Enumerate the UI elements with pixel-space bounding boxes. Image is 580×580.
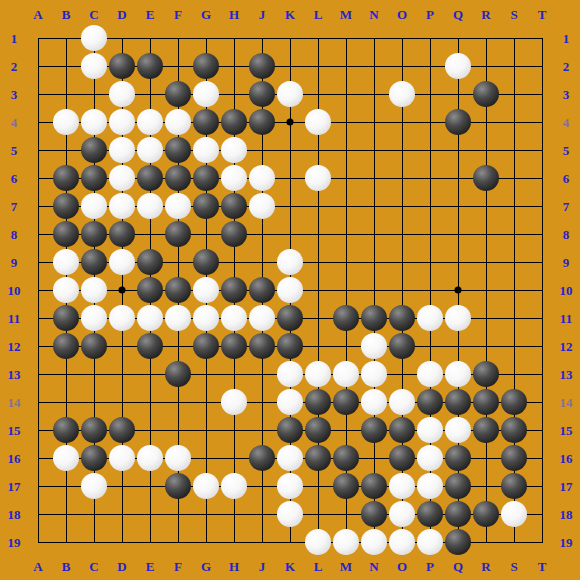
point-S5[interactable]: [500, 136, 528, 164]
point-M18[interactable]: [332, 500, 360, 528]
point-M9[interactable]: [332, 248, 360, 276]
point-H14[interactable]: [220, 388, 248, 416]
point-R15[interactable]: [472, 416, 500, 444]
point-L2[interactable]: [304, 52, 332, 80]
point-M5[interactable]: [332, 136, 360, 164]
point-F4[interactable]: [164, 108, 192, 136]
point-G13[interactable]: [192, 360, 220, 388]
point-E18[interactable]: [136, 500, 164, 528]
point-H9[interactable]: [220, 248, 248, 276]
point-F17[interactable]: [164, 472, 192, 500]
point-O5[interactable]: [388, 136, 416, 164]
point-M14[interactable]: [332, 388, 360, 416]
point-P14[interactable]: [416, 388, 444, 416]
point-M13[interactable]: [332, 360, 360, 388]
point-H8[interactable]: [220, 220, 248, 248]
point-K9[interactable]: [276, 248, 304, 276]
point-E3[interactable]: [136, 80, 164, 108]
point-L7[interactable]: [304, 192, 332, 220]
point-H7[interactable]: [220, 192, 248, 220]
point-D16[interactable]: [108, 444, 136, 472]
point-M17[interactable]: [332, 472, 360, 500]
point-T17[interactable]: [528, 472, 556, 500]
point-A5[interactable]: [24, 136, 52, 164]
point-A12[interactable]: [24, 332, 52, 360]
point-C2[interactable]: [80, 52, 108, 80]
point-O12[interactable]: [388, 332, 416, 360]
point-P8[interactable]: [416, 220, 444, 248]
point-A11[interactable]: [24, 304, 52, 332]
point-B7[interactable]: [52, 192, 80, 220]
point-P19[interactable]: [416, 528, 444, 556]
point-E4[interactable]: [136, 108, 164, 136]
point-O10[interactable]: [388, 276, 416, 304]
point-A7[interactable]: [24, 192, 52, 220]
point-O19[interactable]: [388, 528, 416, 556]
point-A2[interactable]: [24, 52, 52, 80]
point-N17[interactable]: [360, 472, 388, 500]
point-B13[interactable]: [52, 360, 80, 388]
point-C10[interactable]: [80, 276, 108, 304]
point-J19[interactable]: [248, 528, 276, 556]
point-T14[interactable]: [528, 388, 556, 416]
point-R6[interactable]: [472, 164, 500, 192]
point-S11[interactable]: [500, 304, 528, 332]
point-N7[interactable]: [360, 192, 388, 220]
point-F16[interactable]: [164, 444, 192, 472]
point-D6[interactable]: [108, 164, 136, 192]
point-T19[interactable]: [528, 528, 556, 556]
point-H5[interactable]: [220, 136, 248, 164]
point-T1[interactable]: [528, 24, 556, 52]
point-P9[interactable]: [416, 248, 444, 276]
point-L9[interactable]: [304, 248, 332, 276]
point-H11[interactable]: [220, 304, 248, 332]
point-T2[interactable]: [528, 52, 556, 80]
point-L1[interactable]: [304, 24, 332, 52]
point-L8[interactable]: [304, 220, 332, 248]
point-H4[interactable]: [220, 108, 248, 136]
point-D8[interactable]: [108, 220, 136, 248]
point-R1[interactable]: [472, 24, 500, 52]
point-N15[interactable]: [360, 416, 388, 444]
point-F7[interactable]: [164, 192, 192, 220]
point-T15[interactable]: [528, 416, 556, 444]
point-G4[interactable]: [192, 108, 220, 136]
point-B16[interactable]: [52, 444, 80, 472]
point-H2[interactable]: [220, 52, 248, 80]
point-O7[interactable]: [388, 192, 416, 220]
point-D7[interactable]: [108, 192, 136, 220]
point-E16[interactable]: [136, 444, 164, 472]
point-A15[interactable]: [24, 416, 52, 444]
point-Q14[interactable]: [444, 388, 472, 416]
point-F14[interactable]: [164, 388, 192, 416]
point-C17[interactable]: [80, 472, 108, 500]
point-A1[interactable]: [24, 24, 52, 52]
point-G8[interactable]: [192, 220, 220, 248]
point-S12[interactable]: [500, 332, 528, 360]
point-E10[interactable]: [136, 276, 164, 304]
point-N1[interactable]: [360, 24, 388, 52]
point-L5[interactable]: [304, 136, 332, 164]
point-D17[interactable]: [108, 472, 136, 500]
point-C1[interactable]: [80, 24, 108, 52]
point-J5[interactable]: [248, 136, 276, 164]
point-L18[interactable]: [304, 500, 332, 528]
point-K6[interactable]: [276, 164, 304, 192]
point-N4[interactable]: [360, 108, 388, 136]
point-E9[interactable]: [136, 248, 164, 276]
point-C14[interactable]: [80, 388, 108, 416]
point-K8[interactable]: [276, 220, 304, 248]
point-T16[interactable]: [528, 444, 556, 472]
point-K3[interactable]: [276, 80, 304, 108]
point-N8[interactable]: [360, 220, 388, 248]
point-M7[interactable]: [332, 192, 360, 220]
point-P16[interactable]: [416, 444, 444, 472]
point-T12[interactable]: [528, 332, 556, 360]
point-J17[interactable]: [248, 472, 276, 500]
point-A3[interactable]: [24, 80, 52, 108]
point-K15[interactable]: [276, 416, 304, 444]
point-P1[interactable]: [416, 24, 444, 52]
point-P5[interactable]: [416, 136, 444, 164]
point-O2[interactable]: [388, 52, 416, 80]
point-S15[interactable]: [500, 416, 528, 444]
point-N3[interactable]: [360, 80, 388, 108]
point-A6[interactable]: [24, 164, 52, 192]
point-Q17[interactable]: [444, 472, 472, 500]
point-H6[interactable]: [220, 164, 248, 192]
point-F15[interactable]: [164, 416, 192, 444]
point-G3[interactable]: [192, 80, 220, 108]
point-O6[interactable]: [388, 164, 416, 192]
point-B9[interactable]: [52, 248, 80, 276]
point-H19[interactable]: [220, 528, 248, 556]
point-N2[interactable]: [360, 52, 388, 80]
point-A19[interactable]: [24, 528, 52, 556]
point-T8[interactable]: [528, 220, 556, 248]
point-H3[interactable]: [220, 80, 248, 108]
point-M10[interactable]: [332, 276, 360, 304]
point-O3[interactable]: [388, 80, 416, 108]
point-D9[interactable]: [108, 248, 136, 276]
point-M15[interactable]: [332, 416, 360, 444]
point-O18[interactable]: [388, 500, 416, 528]
point-O1[interactable]: [388, 24, 416, 52]
point-P2[interactable]: [416, 52, 444, 80]
point-P6[interactable]: [416, 164, 444, 192]
point-C5[interactable]: [80, 136, 108, 164]
point-E17[interactable]: [136, 472, 164, 500]
point-M2[interactable]: [332, 52, 360, 80]
point-M11[interactable]: [332, 304, 360, 332]
point-S9[interactable]: [500, 248, 528, 276]
point-C4[interactable]: [80, 108, 108, 136]
point-Q18[interactable]: [444, 500, 472, 528]
point-G14[interactable]: [192, 388, 220, 416]
point-P11[interactable]: [416, 304, 444, 332]
point-L6[interactable]: [304, 164, 332, 192]
point-F9[interactable]: [164, 248, 192, 276]
point-K14[interactable]: [276, 388, 304, 416]
point-D11[interactable]: [108, 304, 136, 332]
point-D3[interactable]: [108, 80, 136, 108]
point-H10[interactable]: [220, 276, 248, 304]
point-T11[interactable]: [528, 304, 556, 332]
point-Q10[interactable]: [444, 276, 472, 304]
point-R17[interactable]: [472, 472, 500, 500]
point-F2[interactable]: [164, 52, 192, 80]
point-E12[interactable]: [136, 332, 164, 360]
point-E7[interactable]: [136, 192, 164, 220]
point-O8[interactable]: [388, 220, 416, 248]
point-Q12[interactable]: [444, 332, 472, 360]
point-P12[interactable]: [416, 332, 444, 360]
point-D1[interactable]: [108, 24, 136, 52]
point-K10[interactable]: [276, 276, 304, 304]
point-S1[interactable]: [500, 24, 528, 52]
point-L14[interactable]: [304, 388, 332, 416]
point-F5[interactable]: [164, 136, 192, 164]
point-A16[interactable]: [24, 444, 52, 472]
point-F12[interactable]: [164, 332, 192, 360]
point-C15[interactable]: [80, 416, 108, 444]
point-Q6[interactable]: [444, 164, 472, 192]
point-Q16[interactable]: [444, 444, 472, 472]
point-Q13[interactable]: [444, 360, 472, 388]
point-M6[interactable]: [332, 164, 360, 192]
point-H17[interactable]: [220, 472, 248, 500]
point-D19[interactable]: [108, 528, 136, 556]
point-B12[interactable]: [52, 332, 80, 360]
point-H1[interactable]: [220, 24, 248, 52]
point-R14[interactable]: [472, 388, 500, 416]
point-Q1[interactable]: [444, 24, 472, 52]
point-B1[interactable]: [52, 24, 80, 52]
point-F11[interactable]: [164, 304, 192, 332]
point-E8[interactable]: [136, 220, 164, 248]
point-H15[interactable]: [220, 416, 248, 444]
point-T5[interactable]: [528, 136, 556, 164]
point-R9[interactable]: [472, 248, 500, 276]
point-O13[interactable]: [388, 360, 416, 388]
point-K4[interactable]: [276, 108, 304, 136]
point-R3[interactable]: [472, 80, 500, 108]
point-A13[interactable]: [24, 360, 52, 388]
point-Q5[interactable]: [444, 136, 472, 164]
point-H18[interactable]: [220, 500, 248, 528]
point-P10[interactable]: [416, 276, 444, 304]
point-G11[interactable]: [192, 304, 220, 332]
point-S10[interactable]: [500, 276, 528, 304]
point-A8[interactable]: [24, 220, 52, 248]
point-A17[interactable]: [24, 472, 52, 500]
point-P18[interactable]: [416, 500, 444, 528]
point-J8[interactable]: [248, 220, 276, 248]
point-S18[interactable]: [500, 500, 528, 528]
point-T7[interactable]: [528, 192, 556, 220]
point-C7[interactable]: [80, 192, 108, 220]
point-N5[interactable]: [360, 136, 388, 164]
point-S7[interactable]: [500, 192, 528, 220]
point-F10[interactable]: [164, 276, 192, 304]
point-C8[interactable]: [80, 220, 108, 248]
point-C16[interactable]: [80, 444, 108, 472]
point-R13[interactable]: [472, 360, 500, 388]
point-B14[interactable]: [52, 388, 80, 416]
point-Q9[interactable]: [444, 248, 472, 276]
point-Q4[interactable]: [444, 108, 472, 136]
point-S13[interactable]: [500, 360, 528, 388]
point-P17[interactable]: [416, 472, 444, 500]
point-N12[interactable]: [360, 332, 388, 360]
point-Q8[interactable]: [444, 220, 472, 248]
point-C3[interactable]: [80, 80, 108, 108]
point-G1[interactable]: [192, 24, 220, 52]
point-D15[interactable]: [108, 416, 136, 444]
point-K7[interactable]: [276, 192, 304, 220]
point-E19[interactable]: [136, 528, 164, 556]
point-H16[interactable]: [220, 444, 248, 472]
point-J18[interactable]: [248, 500, 276, 528]
point-G9[interactable]: [192, 248, 220, 276]
point-R16[interactable]: [472, 444, 500, 472]
point-O4[interactable]: [388, 108, 416, 136]
point-M3[interactable]: [332, 80, 360, 108]
point-T6[interactable]: [528, 164, 556, 192]
point-J7[interactable]: [248, 192, 276, 220]
point-P4[interactable]: [416, 108, 444, 136]
point-S8[interactable]: [500, 220, 528, 248]
point-B11[interactable]: [52, 304, 80, 332]
point-J13[interactable]: [248, 360, 276, 388]
point-T3[interactable]: [528, 80, 556, 108]
point-E1[interactable]: [136, 24, 164, 52]
point-P7[interactable]: [416, 192, 444, 220]
point-D14[interactable]: [108, 388, 136, 416]
point-N6[interactable]: [360, 164, 388, 192]
point-M12[interactable]: [332, 332, 360, 360]
point-Q11[interactable]: [444, 304, 472, 332]
point-K16[interactable]: [276, 444, 304, 472]
point-C12[interactable]: [80, 332, 108, 360]
point-E6[interactable]: [136, 164, 164, 192]
point-Q2[interactable]: [444, 52, 472, 80]
point-A18[interactable]: [24, 500, 52, 528]
point-S4[interactable]: [500, 108, 528, 136]
point-K1[interactable]: [276, 24, 304, 52]
point-O14[interactable]: [388, 388, 416, 416]
point-F8[interactable]: [164, 220, 192, 248]
point-L19[interactable]: [304, 528, 332, 556]
point-G12[interactable]: [192, 332, 220, 360]
point-R19[interactable]: [472, 528, 500, 556]
point-B3[interactable]: [52, 80, 80, 108]
point-D13[interactable]: [108, 360, 136, 388]
point-S6[interactable]: [500, 164, 528, 192]
point-M16[interactable]: [332, 444, 360, 472]
point-O9[interactable]: [388, 248, 416, 276]
point-C18[interactable]: [80, 500, 108, 528]
point-M8[interactable]: [332, 220, 360, 248]
point-K5[interactable]: [276, 136, 304, 164]
point-G2[interactable]: [192, 52, 220, 80]
point-E5[interactable]: [136, 136, 164, 164]
point-N19[interactable]: [360, 528, 388, 556]
point-T18[interactable]: [528, 500, 556, 528]
point-B10[interactable]: [52, 276, 80, 304]
point-J14[interactable]: [248, 388, 276, 416]
point-J16[interactable]: [248, 444, 276, 472]
point-O15[interactable]: [388, 416, 416, 444]
point-G5[interactable]: [192, 136, 220, 164]
point-K11[interactable]: [276, 304, 304, 332]
point-O11[interactable]: [388, 304, 416, 332]
point-B15[interactable]: [52, 416, 80, 444]
point-S17[interactable]: [500, 472, 528, 500]
point-R4[interactable]: [472, 108, 500, 136]
point-P13[interactable]: [416, 360, 444, 388]
point-O17[interactable]: [388, 472, 416, 500]
point-L16[interactable]: [304, 444, 332, 472]
point-J9[interactable]: [248, 248, 276, 276]
point-L17[interactable]: [304, 472, 332, 500]
point-D4[interactable]: [108, 108, 136, 136]
point-S16[interactable]: [500, 444, 528, 472]
point-C11[interactable]: [80, 304, 108, 332]
point-N9[interactable]: [360, 248, 388, 276]
point-A14[interactable]: [24, 388, 52, 416]
point-N13[interactable]: [360, 360, 388, 388]
point-F6[interactable]: [164, 164, 192, 192]
point-G15[interactable]: [192, 416, 220, 444]
point-J1[interactable]: [248, 24, 276, 52]
point-E14[interactable]: [136, 388, 164, 416]
point-C6[interactable]: [80, 164, 108, 192]
point-H12[interactable]: [220, 332, 248, 360]
point-F3[interactable]: [164, 80, 192, 108]
point-B17[interactable]: [52, 472, 80, 500]
point-R2[interactable]: [472, 52, 500, 80]
point-F18[interactable]: [164, 500, 192, 528]
point-C19[interactable]: [80, 528, 108, 556]
point-Q19[interactable]: [444, 528, 472, 556]
point-J11[interactable]: [248, 304, 276, 332]
point-G16[interactable]: [192, 444, 220, 472]
point-B5[interactable]: [52, 136, 80, 164]
point-C13[interactable]: [80, 360, 108, 388]
point-R8[interactable]: [472, 220, 500, 248]
point-N11[interactable]: [360, 304, 388, 332]
point-L3[interactable]: [304, 80, 332, 108]
point-S2[interactable]: [500, 52, 528, 80]
point-J3[interactable]: [248, 80, 276, 108]
point-T9[interactable]: [528, 248, 556, 276]
point-L11[interactable]: [304, 304, 332, 332]
point-M1[interactable]: [332, 24, 360, 52]
point-J10[interactable]: [248, 276, 276, 304]
point-L10[interactable]: [304, 276, 332, 304]
point-S14[interactable]: [500, 388, 528, 416]
point-S19[interactable]: [500, 528, 528, 556]
point-Q3[interactable]: [444, 80, 472, 108]
point-T10[interactable]: [528, 276, 556, 304]
point-D2[interactable]: [108, 52, 136, 80]
point-G10[interactable]: [192, 276, 220, 304]
point-Q7[interactable]: [444, 192, 472, 220]
